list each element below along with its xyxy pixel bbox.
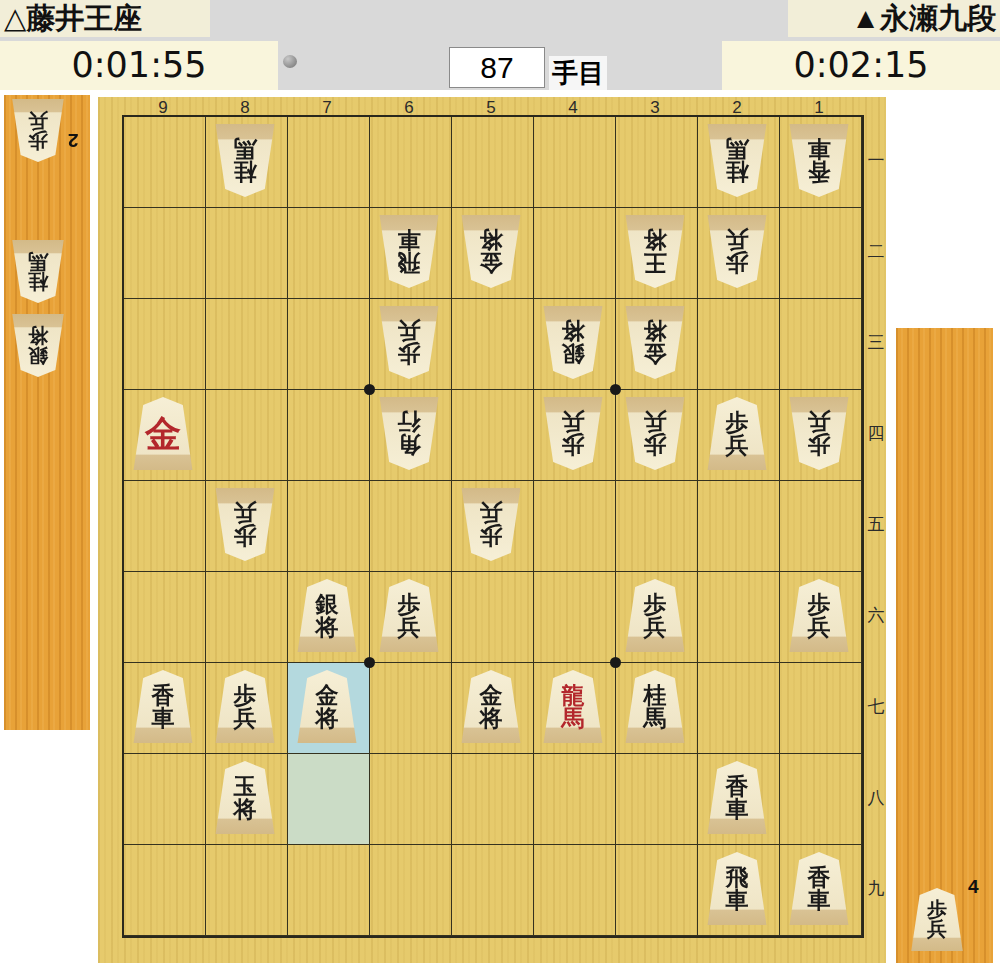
gote-player-name: △藤井王座: [0, 0, 210, 37]
piece-桂馬[interactable]: 桂馬: [10, 240, 66, 303]
file-label-1: 1: [778, 99, 860, 116]
shogi-board: 987654321 一二三四五六七八九 桂馬桂馬香車飛車金将王将歩兵歩兵銀将金将…: [98, 97, 886, 963]
gote-hand-count-歩兵: 2: [68, 129, 79, 151]
gote-piece-stand: 歩兵2桂馬銀将: [4, 95, 90, 730]
piece-銀将[interactable]: 銀将: [10, 314, 66, 377]
file-label-6: 6: [368, 99, 450, 116]
hoshi-dot: [364, 384, 375, 395]
file-label-8: 8: [204, 99, 286, 116]
rank-label-8: 八: [866, 752, 886, 843]
rank-label-5: 五: [866, 479, 886, 570]
file-label-2: 2: [696, 99, 778, 116]
file-label-5: 5: [450, 99, 532, 116]
move-number-input[interactable]: 87: [449, 47, 545, 88]
hoshi-dot: [610, 384, 621, 395]
piece-歩兵[interactable]: 歩兵: [909, 888, 965, 951]
rank-label-6: 六: [866, 570, 886, 661]
sente-player-name: ▲永瀬九段: [788, 0, 1000, 37]
status-dot-icon: [283, 55, 297, 68]
rank-label-2: 二: [866, 206, 886, 297]
file-label-9: 9: [122, 99, 204, 116]
rank-label-1: 一: [866, 115, 886, 206]
rank-label-9: 九: [866, 843, 886, 934]
header-bar: △藤井王座 ▲永瀬九段 0:01:55 0:02:15 87 手目: [0, 0, 1000, 90]
piece-歩兵[interactable]: 歩兵: [10, 99, 66, 162]
rank-label-7: 七: [866, 661, 886, 752]
rank-label-3: 三: [866, 297, 886, 388]
file-label-3: 3: [614, 99, 696, 116]
rank-label-4: 四: [866, 388, 886, 479]
hoshi-dot: [610, 657, 621, 668]
hoshi-dot: [364, 657, 375, 668]
move-number-unit-label: 手目: [549, 56, 607, 90]
file-label-7: 7: [286, 99, 368, 116]
sente-piece-stand: 歩兵4: [896, 328, 993, 963]
sente-clock: 0:02:15: [722, 41, 1000, 90]
gote-clock: 0:01:55: [0, 41, 278, 90]
sente-hand-count-歩兵: 4: [968, 876, 979, 898]
file-label-4: 4: [532, 99, 614, 116]
